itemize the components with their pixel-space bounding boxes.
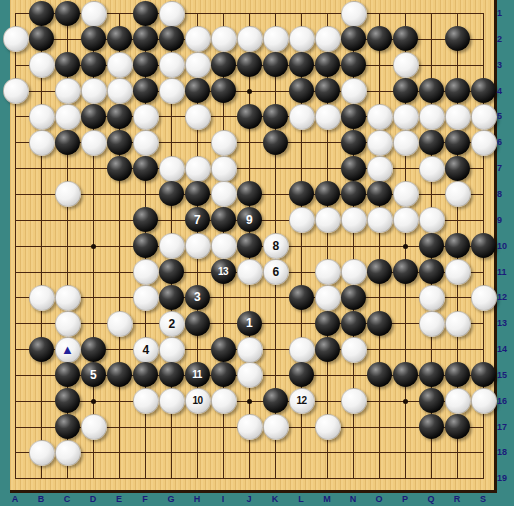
white-stone-N16[interactable] [341, 388, 367, 414]
row-label-16: 16 [497, 396, 513, 406]
black-stone-N8[interactable] [341, 181, 366, 206]
black-stone-C6[interactable] [55, 130, 80, 155]
column-label-J: J [243, 494, 255, 504]
row-label-5: 5 [497, 111, 513, 121]
black-stone-R15[interactable] [445, 362, 470, 387]
white-stone-G3[interactable] [159, 52, 185, 78]
black-stone-H12[interactable]: 3 [185, 285, 210, 310]
black-stone-Q17[interactable] [419, 414, 444, 439]
black-stone-M4[interactable] [315, 78, 340, 103]
black-stone-N6[interactable] [341, 130, 366, 155]
white-stone-M9[interactable] [315, 207, 341, 233]
row-label-12: 12 [497, 292, 513, 302]
black-stone-B1[interactable] [29, 1, 54, 26]
black-stone-P4[interactable] [393, 78, 418, 103]
white-stone-C12[interactable] [55, 285, 81, 311]
black-stone-D3[interactable] [81, 52, 106, 77]
white-stone-S16[interactable] [471, 388, 497, 414]
white-stone-H16[interactable]: 10 [185, 388, 211, 414]
white-stone-Q12[interactable] [419, 285, 445, 311]
black-stone-E7[interactable] [107, 156, 132, 181]
white-stone-M11[interactable] [315, 259, 341, 285]
row-label-7: 7 [497, 163, 513, 173]
black-stone-H13[interactable] [185, 311, 210, 336]
column-label-Q: Q [425, 494, 437, 504]
white-stone-B18[interactable] [29, 440, 55, 466]
white-stone-E3[interactable] [107, 52, 133, 78]
black-stone-G12[interactable] [159, 285, 184, 310]
white-stone-J14[interactable] [237, 337, 263, 363]
white-stone-N1[interactable] [341, 1, 367, 27]
white-stone-D1[interactable] [81, 1, 107, 27]
black-stone-I9[interactable] [211, 207, 236, 232]
row-label-18: 18 [497, 447, 513, 457]
black-stone-K5[interactable] [263, 104, 288, 129]
black-stone-F3[interactable] [133, 52, 158, 77]
white-stone-F5[interactable] [133, 104, 159, 130]
black-stone-C17[interactable] [55, 414, 80, 439]
black-stone-J5[interactable] [237, 104, 262, 129]
black-stone-R17[interactable] [445, 414, 470, 439]
white-stone-R8[interactable] [445, 181, 471, 207]
black-stone-F2[interactable] [133, 26, 158, 51]
black-stone-I3[interactable] [211, 52, 236, 77]
column-label-N: N [347, 494, 359, 504]
black-stone-H9[interactable]: 7 [185, 207, 210, 232]
white-stone-P8[interactable] [393, 181, 419, 207]
black-stone-M13[interactable] [315, 311, 340, 336]
white-stone-L14[interactable] [289, 337, 315, 363]
black-stone-J9[interactable]: 9 [237, 207, 262, 232]
black-stone-C1[interactable] [55, 1, 80, 26]
white-stone-G10[interactable] [159, 233, 185, 259]
white-stone-P3[interactable] [393, 52, 419, 78]
column-label-H: H [191, 494, 203, 504]
row-label-8: 8 [497, 189, 513, 199]
white-stone-Q5[interactable] [419, 104, 445, 130]
star-point-D16 [91, 399, 96, 404]
white-stone-P5[interactable] [393, 104, 419, 130]
white-stone-C5[interactable] [55, 104, 81, 130]
move-number-label-11: 11 [192, 370, 202, 380]
black-stone-M8[interactable] [315, 181, 340, 206]
white-stone-F12[interactable] [133, 285, 159, 311]
white-stone-C4[interactable] [55, 78, 81, 104]
white-stone-F14[interactable]: 4 [133, 337, 159, 363]
white-stone-I6[interactable] [211, 130, 237, 156]
white-stone-I7[interactable] [211, 156, 237, 182]
black-stone-G2[interactable] [159, 26, 184, 51]
column-label-K: K [269, 494, 281, 504]
white-stone-F6[interactable] [133, 130, 159, 156]
black-stone-C3[interactable] [55, 52, 80, 77]
black-stone-G15[interactable] [159, 362, 184, 387]
black-stone-I14[interactable] [211, 337, 236, 362]
star-point-J4 [247, 89, 252, 94]
black-stone-O13[interactable] [367, 311, 392, 336]
white-stone-L16[interactable]: 12 [289, 388, 315, 414]
black-stone-N5[interactable] [341, 104, 366, 129]
star-point-P16 [403, 399, 408, 404]
column-label-S: S [477, 494, 489, 504]
black-stone-O8[interactable] [367, 181, 392, 206]
white-stone-K17[interactable] [263, 414, 289, 440]
column-label-E: E [113, 494, 125, 504]
white-stone-G1[interactable] [159, 1, 185, 27]
black-stone-J10[interactable] [237, 233, 262, 258]
grid-horizontal-line [15, 168, 484, 169]
star-point-P10 [403, 244, 408, 249]
black-stone-L3[interactable] [289, 52, 314, 77]
black-stone-S4[interactable] [471, 78, 496, 103]
star-point-J16 [247, 399, 252, 404]
white-stone-C13[interactable] [55, 311, 81, 337]
column-label-M: M [321, 494, 333, 504]
black-stone-R10[interactable] [445, 233, 470, 258]
black-stone-S10[interactable] [471, 233, 496, 258]
row-label-4: 4 [497, 86, 513, 96]
row-label-2: 2 [497, 34, 513, 44]
move-number-label-10: 10 [192, 396, 202, 406]
white-stone-L5[interactable] [289, 104, 315, 130]
black-stone-R7[interactable] [445, 156, 470, 181]
black-stone-J3[interactable] [237, 52, 262, 77]
white-stone-A4[interactable] [3, 78, 29, 104]
black-stone-B2[interactable] [29, 26, 54, 51]
star-point-D10 [91, 244, 96, 249]
move-number-label-4: 4 [142, 344, 148, 356]
move-number-label-6: 6 [272, 266, 278, 278]
white-stone-B12[interactable] [29, 285, 55, 311]
black-stone-L12[interactable] [289, 285, 314, 310]
black-stone-M14[interactable] [315, 337, 340, 362]
white-stone-C8[interactable] [55, 181, 81, 207]
black-stone-L8[interactable] [289, 181, 314, 206]
black-stone-O2[interactable] [367, 26, 392, 51]
white-stone-Q9[interactable] [419, 207, 445, 233]
white-stone-O7[interactable] [367, 156, 393, 182]
white-stone-M5[interactable] [315, 104, 341, 130]
move-number-label-5: 5 [90, 369, 96, 381]
white-stone-J11[interactable] [237, 259, 263, 285]
white-stone-Q7[interactable] [419, 156, 445, 182]
white-stone-C18[interactable] [55, 440, 81, 466]
grid-horizontal-line [15, 478, 484, 479]
row-label-19: 19 [497, 473, 513, 483]
white-stone-O9[interactable] [367, 207, 393, 233]
white-stone-J2[interactable] [237, 26, 263, 52]
white-stone-F11[interactable] [133, 259, 159, 285]
black-stone-H8[interactable] [185, 181, 210, 206]
black-stone-D15[interactable]: 5 [81, 362, 106, 387]
white-stone-D6[interactable] [81, 130, 107, 156]
black-stone-N7[interactable] [341, 156, 366, 181]
white-stone-M2[interactable] [315, 26, 341, 52]
black-stone-J8[interactable] [237, 181, 262, 206]
black-stone-F7[interactable] [133, 156, 158, 181]
white-stone-N11[interactable] [341, 259, 367, 285]
white-stone-K11[interactable]: 6 [263, 259, 289, 285]
black-stone-E2[interactable] [107, 26, 132, 51]
triangle-marker-C14: ▲ [61, 343, 74, 356]
column-label-C: C [61, 494, 73, 504]
black-stone-G11[interactable] [159, 259, 184, 284]
white-stone-N14[interactable] [341, 337, 367, 363]
black-stone-P15[interactable] [393, 362, 418, 387]
black-stone-Q16[interactable] [419, 388, 444, 413]
row-label-17: 17 [497, 422, 513, 432]
column-label-F: F [139, 494, 151, 504]
row-label-15: 15 [497, 370, 513, 380]
white-stone-B6[interactable] [29, 130, 55, 156]
white-stone-H3[interactable] [185, 52, 211, 78]
white-stone-G14[interactable] [159, 337, 185, 363]
column-label-R: R [451, 494, 463, 504]
white-stone-R11[interactable] [445, 259, 471, 285]
white-stone-P9[interactable] [393, 207, 419, 233]
black-stone-S15[interactable] [471, 362, 496, 387]
white-stone-Q13[interactable] [419, 311, 445, 337]
black-stone-Q4[interactable] [419, 78, 444, 103]
column-label-B: B [35, 494, 47, 504]
white-stone-B5[interactable] [29, 104, 55, 130]
white-stone-R13[interactable] [445, 311, 471, 337]
white-stone-S6[interactable] [471, 130, 497, 156]
black-stone-K6[interactable] [263, 130, 288, 155]
white-stone-G13[interactable]: 2 [159, 311, 185, 337]
column-label-O: O [373, 494, 385, 504]
white-stone-I8[interactable] [211, 181, 237, 207]
white-stone-B3[interactable] [29, 52, 55, 78]
white-stone-L9[interactable] [289, 207, 315, 233]
row-label-11: 11 [497, 267, 513, 277]
row-label-10: 10 [497, 241, 513, 251]
black-stone-J13[interactable]: 1 [237, 311, 262, 336]
white-stone-H2[interactable] [185, 26, 211, 52]
row-label-6: 6 [497, 137, 513, 147]
black-stone-O11[interactable] [367, 259, 392, 284]
row-label-13: 13 [497, 318, 513, 328]
move-number-label-7: 7 [194, 214, 200, 226]
column-label-A: A [9, 494, 21, 504]
black-stone-F9[interactable] [133, 207, 158, 232]
white-stone-M12[interactable] [315, 285, 341, 311]
white-stone-A2[interactable] [3, 26, 29, 52]
move-number-label-1: 1 [246, 317, 252, 329]
white-stone-F16[interactable] [133, 388, 159, 414]
black-stone-R4[interactable] [445, 78, 470, 103]
black-stone-I15[interactable] [211, 362, 236, 387]
white-stone-P6[interactable] [393, 130, 419, 156]
go-app-screen: 79813632145111012▲ ABCDEFGHIJKLMNOPQRS 1… [0, 0, 514, 506]
white-stone-J17[interactable] [237, 414, 263, 440]
black-stone-N2[interactable] [341, 26, 366, 51]
black-stone-F1[interactable] [133, 1, 158, 26]
white-stone-O6[interactable] [367, 130, 393, 156]
white-stone-K2[interactable] [263, 26, 289, 52]
row-label-1: 1 [497, 8, 513, 18]
white-stone-D17[interactable] [81, 414, 107, 440]
black-stone-Q11[interactable] [419, 259, 444, 284]
black-stone-E15[interactable] [107, 362, 132, 387]
move-number-label-12: 12 [296, 396, 306, 406]
white-stone-E13[interactable] [107, 311, 133, 337]
black-stone-Q6[interactable] [419, 130, 444, 155]
row-label-3: 3 [497, 60, 513, 70]
white-stone-H10[interactable] [185, 233, 211, 259]
black-stone-R2[interactable] [445, 26, 470, 51]
white-stone-L2[interactable] [289, 26, 315, 52]
black-stone-F4[interactable] [133, 78, 158, 103]
white-stone-G16[interactable] [159, 388, 185, 414]
black-stone-C16[interactable] [55, 388, 80, 413]
black-stone-D2[interactable] [81, 26, 106, 51]
white-stone-O5[interactable] [367, 104, 393, 130]
black-stone-H15[interactable]: 11 [185, 362, 210, 387]
black-stone-N3[interactable] [341, 52, 366, 77]
black-stone-Q15[interactable] [419, 362, 444, 387]
black-stone-Q10[interactable] [419, 233, 444, 258]
black-stone-P11[interactable] [393, 259, 418, 284]
white-stone-H5[interactable] [185, 104, 211, 130]
black-stone-N12[interactable] [341, 285, 366, 310]
column-label-P: P [399, 494, 411, 504]
black-stone-E6[interactable] [107, 130, 132, 155]
go-board[interactable]: 79813632145111012▲ [10, 0, 497, 493]
black-stone-C15[interactable] [55, 362, 80, 387]
white-stone-S12[interactable] [471, 285, 497, 311]
grid-horizontal-line [15, 452, 484, 453]
black-stone-F15[interactable] [133, 362, 158, 387]
black-stone-P2[interactable] [393, 26, 418, 51]
black-stone-R6[interactable] [445, 130, 470, 155]
white-stone-I2[interactable] [211, 26, 237, 52]
move-number-label-3: 3 [194, 291, 200, 303]
black-stone-K16[interactable] [263, 388, 288, 413]
white-stone-S5[interactable] [471, 104, 497, 130]
white-stone-G4[interactable] [159, 78, 185, 104]
white-stone-N9[interactable] [341, 207, 367, 233]
black-stone-D14[interactable] [81, 337, 106, 362]
black-stone-L15[interactable] [289, 362, 314, 387]
black-stone-K3[interactable] [263, 52, 288, 77]
white-stone-R5[interactable] [445, 104, 471, 130]
white-stone-K10[interactable]: 8 [263, 233, 289, 259]
white-stone-J15[interactable] [237, 362, 263, 388]
white-stone-D4[interactable] [81, 78, 107, 104]
black-stone-O15[interactable] [367, 362, 392, 387]
white-stone-N4[interactable] [341, 78, 367, 104]
move-number-label-8: 8 [272, 240, 278, 252]
white-stone-G7[interactable] [159, 156, 185, 182]
white-stone-I10[interactable] [211, 233, 237, 259]
white-stone-R16[interactable] [445, 388, 471, 414]
black-stone-M3[interactable] [315, 52, 340, 77]
white-stone-I16[interactable] [211, 388, 237, 414]
black-stone-I4[interactable] [211, 78, 236, 103]
white-stone-E4[interactable] [107, 78, 133, 104]
column-label-D: D [87, 494, 99, 504]
black-stone-F10[interactable] [133, 233, 158, 258]
move-number-label-2: 2 [168, 318, 174, 330]
black-stone-B14[interactable] [29, 337, 54, 362]
row-label-9: 9 [497, 215, 513, 225]
grid-horizontal-line [15, 297, 484, 298]
black-stone-D5[interactable] [81, 104, 106, 129]
column-label-G: G [165, 494, 177, 504]
black-stone-E5[interactable] [107, 104, 132, 129]
white-stone-H7[interactable] [185, 156, 211, 182]
move-number-label-13: 13 [218, 267, 228, 277]
black-stone-G8[interactable] [159, 181, 184, 206]
black-stone-L4[interactable] [289, 78, 314, 103]
white-stone-M17[interactable] [315, 414, 341, 440]
black-stone-H4[interactable] [185, 78, 210, 103]
move-number-label-9: 9 [246, 214, 252, 226]
column-label-L: L [295, 494, 307, 504]
column-label-I: I [217, 494, 229, 504]
black-stone-N13[interactable] [341, 311, 366, 336]
row-label-14: 14 [497, 344, 513, 354]
black-stone-I11[interactable]: 13 [211, 259, 236, 284]
